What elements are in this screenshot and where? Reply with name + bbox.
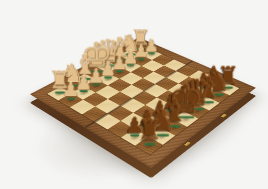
chess-set-photo: ♜♞♝♚♛♝♞♜♟♟♟♟♟♟♟♟♟♟♟♟♟♟♟♟♜♞♝♚♛♝♞♜ (0, 0, 268, 189)
square-h8[interactable]: ♜ (135, 137, 163, 155)
chess-piece-icon: ♜ (137, 118, 162, 144)
piece-black-rook[interactable]: ♜ (126, 118, 172, 145)
chess-piece-icon: ♟ (62, 81, 79, 100)
felt-base (143, 143, 155, 145)
piece-white-pawn[interactable]: ♟ (50, 81, 91, 101)
brass-hinge-pin (234, 96, 239, 99)
